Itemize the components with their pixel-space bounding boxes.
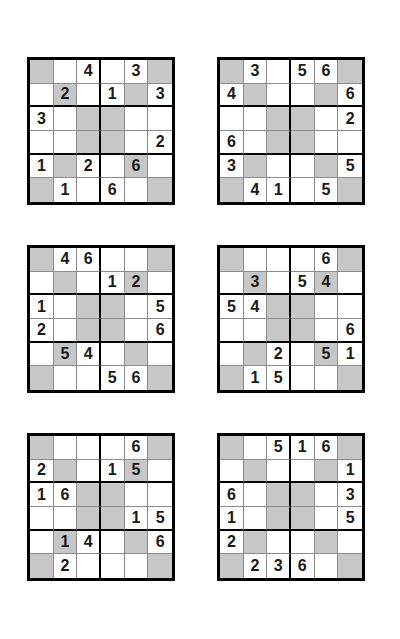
- puzzle5-cell-r1c1[interactable]: [30, 436, 54, 460]
- puzzle2-cell-r1c4[interactable]: 5: [291, 60, 315, 84]
- puzzle5-cell-r4c5[interactable]: 1: [125, 507, 149, 531]
- puzzle2-cell-r2c4[interactable]: [291, 84, 315, 108]
- puzzle5-cell-r2c5[interactable]: 5: [125, 460, 149, 484]
- puzzle4-cell-r4c1[interactable]: [220, 319, 244, 343]
- puzzle2-cell-r1c6[interactable]: [338, 60, 362, 84]
- puzzle5-cell-r2c1[interactable]: 2: [30, 460, 54, 484]
- puzzle3-cell-r5c5[interactable]: [125, 343, 149, 367]
- puzzle5-cell-r2c2[interactable]: [54, 460, 78, 484]
- puzzle6-cell-r2c6[interactable]: 1: [338, 460, 362, 484]
- puzzle6-cell-r1c5[interactable]: 6: [315, 436, 339, 460]
- puzzle1-cell-r6c2[interactable]: 1: [54, 178, 78, 202]
- puzzle2-cell-r6c5[interactable]: 5: [315, 178, 339, 202]
- puzzle1-cell-r3c4[interactable]: [101, 107, 125, 131]
- puzzle6-cell-r6c1[interactable]: [220, 554, 244, 578]
- puzzle6-cell-r5c1[interactable]: 2: [220, 531, 244, 555]
- puzzle2-cell-r6c4[interactable]: [291, 178, 315, 202]
- puzzle4-cell-r3c3[interactable]: [267, 295, 291, 319]
- puzzle2-cell-r2c6[interactable]: 6: [338, 84, 362, 108]
- puzzle2-cell-r1c3[interactable]: [267, 60, 291, 84]
- puzzle6-cell-r3c2[interactable]: [244, 483, 268, 507]
- puzzle4-cell-r1c5[interactable]: 6: [315, 248, 339, 272]
- puzzle4-cell-r1c3[interactable]: [267, 248, 291, 272]
- puzzle1-cell-r2c1[interactable]: [30, 84, 54, 108]
- puzzle2-cell-r4c2[interactable]: [244, 131, 268, 155]
- puzzle-sheet: 432133212616 356462635415 461215265456 6…: [27, 57, 365, 581]
- puzzle1-cell-r5c6[interactable]: [148, 155, 172, 179]
- puzzle5-cell-r3c5[interactable]: [125, 483, 149, 507]
- puzzle2-cell-r6c6[interactable]: [338, 178, 362, 202]
- puzzle5-cell-r5c5[interactable]: [125, 531, 149, 555]
- puzzle3-cell-r2c2[interactable]: [54, 272, 78, 296]
- puzzle3-cell-r3c4[interactable]: [101, 295, 125, 319]
- puzzle1-cell-r6c1[interactable]: [30, 178, 54, 202]
- puzzle5-cell-r6c3[interactable]: [77, 554, 101, 578]
- puzzle1-cell-r5c2[interactable]: [54, 155, 78, 179]
- puzzle1-cell-r6c3[interactable]: [77, 178, 101, 202]
- puzzle2-cell-r4c5[interactable]: [315, 131, 339, 155]
- puzzle6-cell-r3c1[interactable]: 6: [220, 483, 244, 507]
- puzzle2-cell-r3c4[interactable]: [291, 107, 315, 131]
- puzzle1-cell-r2c6[interactable]: 3: [148, 84, 172, 108]
- puzzle3-cell-r2c3[interactable]: [77, 272, 101, 296]
- puzzle6-cell-r4c2[interactable]: [244, 507, 268, 531]
- puzzle3-cell-r2c5[interactable]: 2: [125, 272, 149, 296]
- puzzle6-cell-r4c5[interactable]: [315, 507, 339, 531]
- puzzle2-cell-r4c3[interactable]: [267, 131, 291, 155]
- puzzle3-cell-r6c1[interactable]: [30, 366, 54, 390]
- puzzle6-cell-r3c3[interactable]: [267, 483, 291, 507]
- puzzle2-cell-r6c1[interactable]: [220, 178, 244, 202]
- puzzle3-cell-r5c3[interactable]: 4: [77, 343, 101, 367]
- puzzle1-cell-r1c2[interactable]: [54, 60, 78, 84]
- puzzle1-cell-r4c5[interactable]: [125, 131, 149, 155]
- puzzle6-cell-r4c6[interactable]: 5: [338, 507, 362, 531]
- puzzle1-cell-r4c4[interactable]: [101, 131, 125, 155]
- puzzle3-cell-r3c2[interactable]: [54, 295, 78, 319]
- puzzle5-cell-r5c4[interactable]: [101, 531, 125, 555]
- puzzle4-cell-r4c6[interactable]: 6: [338, 319, 362, 343]
- puzzle2-cell-r2c2[interactable]: [244, 84, 268, 108]
- puzzle1-cell-r6c6[interactable]: [148, 178, 172, 202]
- puzzle1-cell-r1c4[interactable]: [101, 60, 125, 84]
- puzzle6-cell-r5c2[interactable]: [244, 531, 268, 555]
- puzzle2-cell-r1c1[interactable]: [220, 60, 244, 84]
- puzzle2-cell-r5c4[interactable]: [291, 155, 315, 179]
- puzzle6-cell-r4c3[interactable]: [267, 507, 291, 531]
- puzzle1-cell-r1c6[interactable]: [148, 60, 172, 84]
- puzzle4-cell-r6c1[interactable]: [220, 366, 244, 390]
- puzzle1-cell-r5c4[interactable]: [101, 155, 125, 179]
- puzzle3-cell-r2c6[interactable]: [148, 272, 172, 296]
- puzzle1-cell-r3c6[interactable]: [148, 107, 172, 131]
- puzzle3-cell-r2c1[interactable]: [30, 272, 54, 296]
- puzzle3-cell-r4c5[interactable]: [125, 319, 149, 343]
- puzzle1-cell-r6c4[interactable]: 6: [101, 178, 125, 202]
- puzzle4-cell-r5c2[interactable]: [244, 343, 268, 367]
- puzzle4-cell-r1c6[interactable]: [338, 248, 362, 272]
- puzzle2-cell-r6c2[interactable]: 4: [244, 178, 268, 202]
- puzzle3-cell-r6c2[interactable]: [54, 366, 78, 390]
- puzzle2-cell-r2c3[interactable]: [267, 84, 291, 108]
- puzzle4-cell-r4c2[interactable]: [244, 319, 268, 343]
- puzzle5-cell-r5c3[interactable]: 4: [77, 531, 101, 555]
- puzzle6-cell-r1c3[interactable]: 5: [267, 436, 291, 460]
- puzzle6-cell-r6c4[interactable]: 6: [291, 554, 315, 578]
- puzzle4-cell-r1c4[interactable]: [291, 248, 315, 272]
- puzzle2-cell-r4c1[interactable]: 6: [220, 131, 244, 155]
- puzzle2-cell-r3c6[interactable]: 2: [338, 107, 362, 131]
- puzzle4-cell-r5c5[interactable]: 5: [315, 343, 339, 367]
- puzzle4-cell-r2c1[interactable]: [220, 272, 244, 296]
- puzzle4-cell-r3c6[interactable]: [338, 295, 362, 319]
- puzzle2-cell-r3c5[interactable]: [315, 107, 339, 131]
- puzzle4-cell-r6c2[interactable]: 1: [244, 366, 268, 390]
- puzzle3-cell-r5c6[interactable]: [148, 343, 172, 367]
- puzzle5-cell-r3c2[interactable]: 6: [54, 483, 78, 507]
- puzzle3-cell-r3c3[interactable]: [77, 295, 101, 319]
- puzzle1-cell-r6c5[interactable]: [125, 178, 149, 202]
- puzzle1-cell-r2c2[interactable]: 2: [54, 84, 78, 108]
- puzzle6-cell-r6c3[interactable]: 3: [267, 554, 291, 578]
- puzzle5-cell-r2c4[interactable]: 1: [101, 460, 125, 484]
- puzzle5-cell-r4c3[interactable]: [77, 507, 101, 531]
- puzzle6-cell-r5c3[interactable]: [267, 531, 291, 555]
- puzzle1-cell-r3c5[interactable]: [125, 107, 149, 131]
- puzzle6-cell-r2c5[interactable]: [315, 460, 339, 484]
- board-1: 432133212616: [27, 57, 175, 205]
- puzzle3-cell-r1c4[interactable]: [101, 248, 125, 272]
- puzzle4-cell-r3c5[interactable]: [315, 295, 339, 319]
- puzzle3-cell-r4c2[interactable]: [54, 319, 78, 343]
- board-4: 635454625115: [217, 245, 365, 393]
- puzzle1-cell-r3c3[interactable]: [77, 107, 101, 131]
- puzzle5-cell-r3c1[interactable]: 1: [30, 483, 54, 507]
- puzzle6-cell-r6c6[interactable]: [338, 554, 362, 578]
- puzzle3-cell-r5c4[interactable]: [101, 343, 125, 367]
- puzzle2-cell-r1c2[interactable]: 3: [244, 60, 268, 84]
- puzzle5-cell-r4c1[interactable]: [30, 507, 54, 531]
- puzzle3-cell-r3c6[interactable]: 5: [148, 295, 172, 319]
- puzzle2-cell-r5c1[interactable]: 3: [220, 155, 244, 179]
- puzzle1-cell-r2c4[interactable]: 1: [101, 84, 125, 108]
- puzzle4-cell-r2c4[interactable]: 5: [291, 272, 315, 296]
- puzzle5-cell-r4c6[interactable]: 5: [148, 507, 172, 531]
- puzzle3-cell-r1c5[interactable]: [125, 248, 149, 272]
- puzzle5-cell-r2c6[interactable]: [148, 460, 172, 484]
- puzzle3-cell-r2c4[interactable]: 1: [101, 272, 125, 296]
- puzzle6-cell-r1c6[interactable]: [338, 436, 362, 460]
- board-6: 516163152236: [217, 433, 365, 581]
- puzzle5-cell-r3c3[interactable]: [77, 483, 101, 507]
- puzzle6-cell-r2c1[interactable]: [220, 460, 244, 484]
- puzzle3-cell-r6c5[interactable]: 6: [125, 366, 149, 390]
- puzzle1-cell-r3c2[interactable]: [54, 107, 78, 131]
- puzzle6-cell-r2c3[interactable]: [267, 460, 291, 484]
- puzzle2-cell-r4c4[interactable]: [291, 131, 315, 155]
- puzzle4-cell-r6c5[interactable]: [315, 366, 339, 390]
- puzzle1-cell-r5c3[interactable]: 2: [77, 155, 101, 179]
- puzzle4-cell-r4c5[interactable]: [315, 319, 339, 343]
- puzzle3-cell-r5c2[interactable]: 5: [54, 343, 78, 367]
- puzzle5-cell-r1c5[interactable]: 6: [125, 436, 149, 460]
- puzzle3-cell-r4c6[interactable]: 6: [148, 319, 172, 343]
- puzzle2-cell-r1c5[interactable]: 6: [315, 60, 339, 84]
- puzzle6-cell-r4c1[interactable]: 1: [220, 507, 244, 531]
- puzzle4-cell-r2c2[interactable]: 3: [244, 272, 268, 296]
- puzzle2-cell-r5c6[interactable]: 5: [338, 155, 362, 179]
- puzzle6-cell-r3c6[interactable]: 3: [338, 483, 362, 507]
- puzzle6-cell-r2c4[interactable]: [291, 460, 315, 484]
- puzzle3-cell-r1c3[interactable]: 6: [77, 248, 101, 272]
- puzzle3-cell-r1c1[interactable]: [30, 248, 54, 272]
- puzzle5-cell-r5c2[interactable]: 1: [54, 531, 78, 555]
- puzzle1-cell-r4c3[interactable]: [77, 131, 101, 155]
- puzzle1-cell-r1c3[interactable]: 4: [77, 60, 101, 84]
- puzzle2-cell-r3c3[interactable]: [267, 107, 291, 131]
- puzzle4-cell-r5c4[interactable]: [291, 343, 315, 367]
- puzzle3-cell-r5c1[interactable]: [30, 343, 54, 367]
- puzzle6-cell-r5c5[interactable]: [315, 531, 339, 555]
- puzzle3-cell-r3c1[interactable]: 1: [30, 295, 54, 319]
- puzzle6-cell-r1c2[interactable]: [244, 436, 268, 460]
- puzzle3-cell-r6c6[interactable]: [148, 366, 172, 390]
- puzzle4-cell-r1c2[interactable]: [244, 248, 268, 272]
- puzzle5-cell-r4c2[interactable]: [54, 507, 78, 531]
- puzzle5-cell-r3c6[interactable]: [148, 483, 172, 507]
- puzzle4-cell-r6c3[interactable]: 5: [267, 366, 291, 390]
- puzzle5-cell-r6c4[interactable]: [101, 554, 125, 578]
- puzzle5-cell-r1c3[interactable]: [77, 436, 101, 460]
- puzzle4-cell-r1c1[interactable]: [220, 248, 244, 272]
- puzzle5-cell-r1c6[interactable]: [148, 436, 172, 460]
- puzzle4-cell-r3c2[interactable]: 4: [244, 295, 268, 319]
- puzzle4-cell-r3c4[interactable]: [291, 295, 315, 319]
- puzzle4-cell-r6c6[interactable]: [338, 366, 362, 390]
- puzzle2-cell-r5c3[interactable]: [267, 155, 291, 179]
- puzzle6-cell-r6c5[interactable]: [315, 554, 339, 578]
- puzzle1-cell-r1c5[interactable]: 3: [125, 60, 149, 84]
- puzzle5-cell-r1c2[interactable]: [54, 436, 78, 460]
- puzzle4-cell-r3c1[interactable]: 5: [220, 295, 244, 319]
- puzzle6-cell-r6c2[interactable]: 2: [244, 554, 268, 578]
- puzzle1-cell-r4c1[interactable]: [30, 131, 54, 155]
- puzzle5-cell-r3c4[interactable]: [101, 483, 125, 507]
- puzzle5-cell-r4c4[interactable]: [101, 507, 125, 531]
- puzzle3-cell-r3c5[interactable]: [125, 295, 149, 319]
- puzzle6-cell-r2c2[interactable]: [244, 460, 268, 484]
- puzzle2-cell-r5c5[interactable]: [315, 155, 339, 179]
- puzzle4-cell-r2c3[interactable]: [267, 272, 291, 296]
- puzzle4-cell-r2c5[interactable]: 4: [315, 272, 339, 296]
- puzzle4-cell-r6c4[interactable]: [291, 366, 315, 390]
- puzzle3-cell-r1c6[interactable]: [148, 248, 172, 272]
- puzzle3-cell-r1c2[interactable]: 4: [54, 248, 78, 272]
- puzzle3-cell-r4c3[interactable]: [77, 319, 101, 343]
- puzzle1-cell-r3c1[interactable]: 3: [30, 107, 54, 131]
- puzzle5-cell-r6c2[interactable]: 2: [54, 554, 78, 578]
- puzzle1-cell-r1c1[interactable]: [30, 60, 54, 84]
- puzzle5-cell-r5c1[interactable]: [30, 531, 54, 555]
- puzzle4-cell-r5c1[interactable]: [220, 343, 244, 367]
- puzzle1-cell-r4c2[interactable]: [54, 131, 78, 155]
- puzzle6-cell-r5c6[interactable]: [338, 531, 362, 555]
- puzzle3-cell-r4c1[interactable]: 2: [30, 319, 54, 343]
- board-2: 356462635415: [217, 57, 365, 205]
- puzzle4-cell-r5c6[interactable]: 1: [338, 343, 362, 367]
- puzzle5-cell-r6c1[interactable]: [30, 554, 54, 578]
- puzzle5-cell-r6c5[interactable]: [125, 554, 149, 578]
- puzzle2-cell-r3c2[interactable]: [244, 107, 268, 131]
- board-5: 621516151462: [27, 433, 175, 581]
- puzzle5-cell-r1c4[interactable]: [101, 436, 125, 460]
- puzzle4-cell-r4c4[interactable]: [291, 319, 315, 343]
- puzzle6-cell-r4c4[interactable]: [291, 507, 315, 531]
- puzzle5-cell-r5c6[interactable]: 6: [148, 531, 172, 555]
- puzzle2-cell-r4c6[interactable]: [338, 131, 362, 155]
- puzzle3-cell-r6c3[interactable]: [77, 366, 101, 390]
- puzzle1-cell-r4c6[interactable]: 2: [148, 131, 172, 155]
- puzzle6-cell-r3c5[interactable]: [315, 483, 339, 507]
- puzzle3-cell-r4c4[interactable]: [101, 319, 125, 343]
- puzzle2-cell-r2c5[interactable]: [315, 84, 339, 108]
- puzzle2-cell-r2c1[interactable]: 4: [220, 84, 244, 108]
- puzzle5-cell-r2c3[interactable]: [77, 460, 101, 484]
- puzzle1-cell-r5c1[interactable]: 1: [30, 155, 54, 179]
- puzzle3-cell-r6c4[interactable]: 5: [101, 366, 125, 390]
- puzzle1-cell-r2c3[interactable]: [77, 84, 101, 108]
- puzzle1-cell-r5c5[interactable]: 6: [125, 155, 149, 179]
- puzzle6-cell-r5c4[interactable]: [291, 531, 315, 555]
- board-3: 461215265456: [27, 245, 175, 393]
- puzzle1-cell-r2c5[interactable]: [125, 84, 149, 108]
- puzzle4-cell-r4c3[interactable]: [267, 319, 291, 343]
- puzzle5-cell-r6c6[interactable]: [148, 554, 172, 578]
- puzzle4-cell-r2c6[interactable]: [338, 272, 362, 296]
- puzzle4-cell-r5c3[interactable]: 2: [267, 343, 291, 367]
- puzzle2-cell-r3c1[interactable]: [220, 107, 244, 131]
- puzzle2-cell-r6c3[interactable]: 1: [267, 178, 291, 202]
- puzzle2-cell-r5c2[interactable]: [244, 155, 268, 179]
- puzzle6-cell-r1c1[interactable]: [220, 436, 244, 460]
- puzzle6-cell-r3c4[interactable]: [291, 483, 315, 507]
- puzzle6-cell-r1c4[interactable]: 1: [291, 436, 315, 460]
